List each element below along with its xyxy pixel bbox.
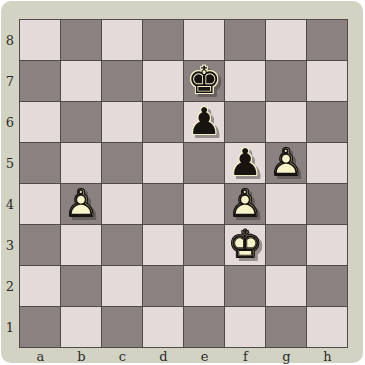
square-d6[interactable] bbox=[143, 102, 183, 142]
square-e4[interactable] bbox=[184, 184, 224, 224]
square-c2[interactable] bbox=[102, 266, 142, 306]
square-g4[interactable] bbox=[266, 184, 306, 224]
white-pawn-b4[interactable]: ♟♙ bbox=[61, 184, 101, 224]
file-label-a: a bbox=[20, 348, 61, 365]
square-e2[interactable] bbox=[184, 266, 224, 306]
square-g7[interactable] bbox=[266, 61, 306, 101]
square-a4[interactable] bbox=[20, 184, 60, 224]
square-f3[interactable]: ♚♔ bbox=[225, 225, 265, 265]
square-c5[interactable] bbox=[102, 143, 142, 183]
square-b4[interactable]: ♟♙ bbox=[61, 184, 101, 224]
square-a7[interactable] bbox=[20, 61, 60, 101]
square-g2[interactable] bbox=[266, 266, 306, 306]
square-e6[interactable]: ♟ bbox=[184, 102, 224, 142]
rank-labels: 87654321 bbox=[1, 20, 19, 348]
rank-label-8: 8 bbox=[1, 20, 19, 61]
rank-label-1: 1 bbox=[1, 307, 19, 348]
square-f6[interactable] bbox=[225, 102, 265, 142]
square-b1[interactable] bbox=[61, 307, 101, 347]
black-pawn-e6[interactable]: ♟ bbox=[184, 102, 224, 142]
rank-label-2: 2 bbox=[1, 266, 19, 307]
square-a5[interactable] bbox=[20, 143, 60, 183]
square-d2[interactable] bbox=[143, 266, 183, 306]
rank-label-5: 5 bbox=[1, 143, 19, 184]
board-frame: 87654321 abcdefgh ♚♟♟♟♙♟♙♟♙♚♔ bbox=[1, 1, 363, 363]
file-label-f: f bbox=[225, 348, 266, 365]
square-f5[interactable]: ♟ bbox=[225, 143, 265, 183]
white-king-f3[interactable]: ♚♔ bbox=[225, 225, 265, 265]
square-d4[interactable] bbox=[143, 184, 183, 224]
square-c6[interactable] bbox=[102, 102, 142, 142]
square-g6[interactable] bbox=[266, 102, 306, 142]
square-b3[interactable] bbox=[61, 225, 101, 265]
square-h3[interactable] bbox=[307, 225, 347, 265]
square-f1[interactable] bbox=[225, 307, 265, 347]
square-h5[interactable] bbox=[307, 143, 347, 183]
square-a1[interactable] bbox=[20, 307, 60, 347]
square-f8[interactable] bbox=[225, 20, 265, 60]
square-e1[interactable] bbox=[184, 307, 224, 347]
square-f4[interactable]: ♟♙ bbox=[225, 184, 265, 224]
file-labels: abcdefgh bbox=[20, 348, 348, 365]
file-label-b: b bbox=[61, 348, 102, 365]
square-b2[interactable] bbox=[61, 266, 101, 306]
file-label-c: c bbox=[102, 348, 143, 365]
square-d1[interactable] bbox=[143, 307, 183, 347]
square-h7[interactable] bbox=[307, 61, 347, 101]
square-d7[interactable] bbox=[143, 61, 183, 101]
square-g8[interactable] bbox=[266, 20, 306, 60]
square-c1[interactable] bbox=[102, 307, 142, 347]
piece-fill: ♟ bbox=[184, 102, 224, 142]
white-pawn-f4[interactable]: ♟♙ bbox=[225, 184, 265, 224]
black-pawn-f5[interactable]: ♟ bbox=[225, 143, 265, 183]
white-pawn-g5[interactable]: ♟♙ bbox=[266, 143, 306, 183]
square-b6[interactable] bbox=[61, 102, 101, 142]
square-c3[interactable] bbox=[102, 225, 142, 265]
square-g1[interactable] bbox=[266, 307, 306, 347]
file-label-e: e bbox=[184, 348, 225, 365]
square-c7[interactable] bbox=[102, 61, 142, 101]
piece-outline: ♙ bbox=[61, 184, 101, 224]
rank-label-4: 4 bbox=[1, 184, 19, 225]
square-g3[interactable] bbox=[266, 225, 306, 265]
square-d8[interactable] bbox=[143, 20, 183, 60]
square-e5[interactable] bbox=[184, 143, 224, 183]
square-a3[interactable] bbox=[20, 225, 60, 265]
square-h2[interactable] bbox=[307, 266, 347, 306]
square-b7[interactable] bbox=[61, 61, 101, 101]
piece-fill: ♟ bbox=[225, 143, 265, 183]
square-d3[interactable] bbox=[143, 225, 183, 265]
square-f7[interactable] bbox=[225, 61, 265, 101]
rank-label-6: 6 bbox=[1, 102, 19, 143]
square-d5[interactable] bbox=[143, 143, 183, 183]
piece-outline: ♙ bbox=[225, 184, 265, 224]
square-e7[interactable]: ♚ bbox=[184, 61, 224, 101]
rank-label-3: 3 bbox=[1, 225, 19, 266]
square-a6[interactable] bbox=[20, 102, 60, 142]
file-label-d: d bbox=[143, 348, 184, 365]
board: ♚♟♟♟♙♟♙♟♙♚♔ bbox=[19, 19, 348, 348]
square-a2[interactable] bbox=[20, 266, 60, 306]
square-h8[interactable] bbox=[307, 20, 347, 60]
square-e3[interactable] bbox=[184, 225, 224, 265]
square-h4[interactable] bbox=[307, 184, 347, 224]
square-a8[interactable] bbox=[20, 20, 60, 60]
piece-outline: ♙ bbox=[266, 143, 306, 183]
square-b8[interactable] bbox=[61, 20, 101, 60]
rank-label-7: 7 bbox=[1, 61, 19, 102]
square-h6[interactable] bbox=[307, 102, 347, 142]
file-label-h: h bbox=[307, 348, 348, 365]
square-c8[interactable] bbox=[102, 20, 142, 60]
piece-fill: ♚ bbox=[184, 61, 224, 101]
square-b5[interactable] bbox=[61, 143, 101, 183]
square-c4[interactable] bbox=[102, 184, 142, 224]
file-label-g: g bbox=[266, 348, 307, 365]
square-f2[interactable] bbox=[225, 266, 265, 306]
square-h1[interactable] bbox=[307, 307, 347, 347]
square-g5[interactable]: ♟♙ bbox=[266, 143, 306, 183]
square-e8[interactable] bbox=[184, 20, 224, 60]
piece-outline: ♔ bbox=[225, 225, 265, 265]
black-king-e7[interactable]: ♚ bbox=[184, 61, 224, 101]
